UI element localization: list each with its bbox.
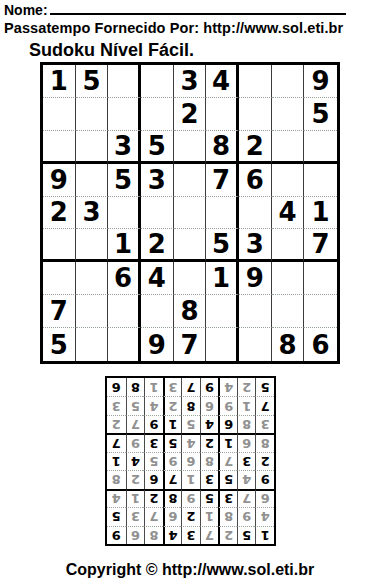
solution-cell-r7c8: 7 <box>126 415 145 433</box>
puzzle-cell-r3c3[interactable]: 3 <box>108 131 141 164</box>
puzzle-cell-r1c7[interactable] <box>239 65 272 98</box>
solution-cell-r7c6: 1 <box>163 415 182 433</box>
puzzle-cell-r2c1[interactable] <box>43 98 76 131</box>
puzzle-cell-r8c4[interactable] <box>141 295 174 328</box>
puzzle-cell-r4c8[interactable] <box>272 164 305 197</box>
puzzle-cell-r6c4[interactable]: 2 <box>141 229 174 262</box>
puzzle-cell-r5c1[interactable]: 2 <box>43 197 76 230</box>
puzzle-cell-r5c3[interactable] <box>108 197 141 230</box>
solution-cell-r3c3: 3 <box>218 489 237 507</box>
puzzle-cell-r8c3[interactable] <box>108 295 141 328</box>
solution-cell-r5c7: 5 <box>144 452 163 470</box>
provider-line: Passatempo Fornecido Por: http://www.sol… <box>4 20 343 36</box>
puzzle-cell-r5c6[interactable] <box>206 197 239 230</box>
worksheet-page: Nome: Passatempo Fornecido Por: http://w… <box>0 0 380 585</box>
puzzle-cell-r5c2[interactable]: 3 <box>76 197 109 230</box>
puzzle-cell-r2c2[interactable] <box>76 98 109 131</box>
solution-cell-r5c3: 7 <box>218 452 237 470</box>
solution-cell-r8c7: 4 <box>144 396 163 414</box>
puzzle-cell-r9c1[interactable]: 5 <box>43 328 76 361</box>
solution-cell-r1c4: 7 <box>200 526 219 544</box>
puzzle-cell-r3c6[interactable]: 8 <box>206 131 239 164</box>
solution-cell-r9c9: 6 <box>107 378 126 396</box>
copyright-line: Copyright © http://www.sol.eti.br <box>0 561 380 579</box>
solution-cell-r6c6: 5 <box>163 433 182 451</box>
solution-cell-r4c9: 8 <box>107 470 126 488</box>
puzzle-cell-r1c8[interactable] <box>272 65 305 98</box>
puzzle-cell-r1c6[interactable]: 4 <box>206 65 239 98</box>
solution-cell-r6c3: 1 <box>218 433 237 451</box>
puzzle-cell-r8c9[interactable] <box>304 295 337 328</box>
puzzle-cell-r4c6[interactable]: 7 <box>206 164 239 197</box>
solution-cell-r2c1: 4 <box>255 507 274 525</box>
page-title: Sudoku Nível Fácil. <box>29 40 194 61</box>
puzzle-cell-r6c5[interactable] <box>174 229 207 262</box>
puzzle-cell-r5c4[interactable] <box>141 197 174 230</box>
puzzle-cell-r1c3[interactable] <box>108 65 141 98</box>
puzzle-cell-r2c4[interactable] <box>141 98 174 131</box>
solution-cell-r4c4: 3 <box>200 470 219 488</box>
puzzle-cell-r7c3[interactable]: 6 <box>108 262 141 295</box>
puzzle-cell-r6c1[interactable] <box>43 229 76 262</box>
puzzle-cell-r6c3[interactable]: 1 <box>108 229 141 262</box>
solution-cell-r6c5: 4 <box>181 433 200 451</box>
solution-cell-r9c7: 1 <box>144 378 163 396</box>
puzzle-cell-r9c8[interactable]: 8 <box>272 328 305 361</box>
solution-cell-r5c1: 2 <box>255 452 274 470</box>
solution-cell-r1c3: 2 <box>218 526 237 544</box>
puzzle-cell-r4c5[interactable] <box>174 164 207 197</box>
solution-cell-r1c9: 9 <box>107 526 126 544</box>
solution-cell-r3c9: 4 <box>107 489 126 507</box>
solution-cell-r2c5: 2 <box>181 507 200 525</box>
solution-cell-r7c9: 2 <box>107 415 126 433</box>
puzzle-cell-r8c5[interactable]: 8 <box>174 295 207 328</box>
solution-cell-r5c2: 3 <box>237 452 256 470</box>
solution-cell-r6c2: 6 <box>237 433 256 451</box>
puzzle-cell-r9c6[interactable] <box>206 328 239 361</box>
puzzle-cell-r9c9[interactable]: 6 <box>304 328 337 361</box>
puzzle-cell-r9c4[interactable]: 9 <box>141 328 174 361</box>
solution-cell-r4c6: 7 <box>163 470 182 488</box>
solution-cell-r6c8: 9 <box>126 433 145 451</box>
puzzle-cell-r9c7[interactable] <box>239 328 272 361</box>
solution-cell-r9c8: 8 <box>126 378 145 396</box>
name-label: Nome: <box>4 2 48 18</box>
solution-cell-r1c1: 1 <box>255 526 274 544</box>
solution-cell-r2c4: 1 <box>200 507 219 525</box>
solution-cell-r8c2: 1 <box>237 396 256 414</box>
solution-cell-r9c6: 3 <box>163 378 182 396</box>
solution-cell-r5c9: 1 <box>107 452 126 470</box>
solution-cell-r8c8: 5 <box>126 396 145 414</box>
solution-cell-r9c1: 5 <box>255 378 274 396</box>
puzzle-cell-r3c2[interactable] <box>76 131 109 164</box>
solution-cell-r3c7: 2 <box>144 489 163 507</box>
puzzle-cell-r1c1[interactable]: 1 <box>43 65 76 98</box>
puzzle-cell-r4c3[interactable]: 5 <box>108 164 141 197</box>
sudoku-puzzle-grid: 153492535829537623411253764197859786 <box>40 62 340 364</box>
sudoku-solution-grid-rotated: 1527348694981267356735982149453176282378… <box>105 376 276 546</box>
puzzle-cell-r1c4[interactable] <box>141 65 174 98</box>
puzzle-cell-r3c5[interactable] <box>174 131 207 164</box>
solution-cell-r8c1: 7 <box>255 396 274 414</box>
solution-cell-r8c4: 6 <box>200 396 219 414</box>
puzzle-cell-r9c5[interactable]: 7 <box>174 328 207 361</box>
puzzle-cell-r7c8[interactable] <box>272 262 305 295</box>
puzzle-cell-r1c5[interactable]: 3 <box>174 65 207 98</box>
puzzle-cell-r2c3[interactable] <box>108 98 141 131</box>
puzzle-cell-r3c9[interactable] <box>304 131 337 164</box>
puzzle-cell-r6c7[interactable]: 3 <box>239 229 272 262</box>
solution-cell-r8c9: 3 <box>107 396 126 414</box>
solution-cell-r2c6: 6 <box>163 507 182 525</box>
solution-cell-r2c9: 5 <box>107 507 126 525</box>
puzzle-cell-r8c1[interactable]: 7 <box>43 295 76 328</box>
puzzle-cell-r7c9[interactable] <box>304 262 337 295</box>
puzzle-cell-r2c9[interactable]: 5 <box>304 98 337 131</box>
solution-cell-r4c5: 1 <box>181 470 200 488</box>
puzzle-cell-r1c9[interactable]: 9 <box>304 65 337 98</box>
solution-cell-r8c6: 2 <box>163 396 182 414</box>
solution-cell-r7c7: 9 <box>144 415 163 433</box>
puzzle-cell-r7c4[interactable]: 4 <box>141 262 174 295</box>
solution-cell-r4c1: 9 <box>255 470 274 488</box>
solution-cell-r4c2: 4 <box>237 470 256 488</box>
solution-cell-r3c2: 7 <box>237 489 256 507</box>
solution-cell-r2c2: 9 <box>237 507 256 525</box>
puzzle-cell-r7c5[interactable] <box>174 262 207 295</box>
solution-cell-r3c4: 5 <box>200 489 219 507</box>
solution-cell-r4c3: 5 <box>218 470 237 488</box>
puzzle-cell-r8c6[interactable] <box>206 295 239 328</box>
puzzle-cell-r2c8[interactable] <box>272 98 305 131</box>
solution-cell-r3c1: 6 <box>255 489 274 507</box>
solution-cell-r3c6: 8 <box>163 489 182 507</box>
puzzle-cell-r9c3[interactable] <box>108 328 141 361</box>
puzzle-cell-r3c8[interactable] <box>272 131 305 164</box>
solution-cell-r9c2: 2 <box>237 378 256 396</box>
puzzle-cell-r6c9[interactable]: 7 <box>304 229 337 262</box>
puzzle-cell-r3c7[interactable]: 2 <box>239 131 272 164</box>
name-fill-line[interactable] <box>50 1 346 15</box>
solution-cell-r9c5: 7 <box>181 378 200 396</box>
solution-cell-r4c7: 6 <box>144 470 163 488</box>
solution-cell-r5c5: 6 <box>181 452 200 470</box>
solution-cell-r2c3: 8 <box>218 507 237 525</box>
puzzle-cell-r7c6[interactable]: 1 <box>206 262 239 295</box>
solution-cell-r1c8: 6 <box>126 526 145 544</box>
puzzle-cell-r4c7[interactable]: 6 <box>239 164 272 197</box>
puzzle-cell-r8c7[interactable] <box>239 295 272 328</box>
puzzle-cell-r4c1[interactable]: 9 <box>43 164 76 197</box>
puzzle-cell-r4c2[interactable] <box>76 164 109 197</box>
solution-cell-r2c8: 3 <box>126 507 145 525</box>
solution-cell-r1c6: 4 <box>163 526 182 544</box>
puzzle-cell-r4c9[interactable] <box>304 164 337 197</box>
puzzle-cell-r8c8[interactable] <box>272 295 305 328</box>
solution-cell-r6c9: 7 <box>107 433 126 451</box>
solution-cell-r7c5: 5 <box>181 415 200 433</box>
solution-cell-r7c3: 6 <box>218 415 237 433</box>
solution-cell-r5c4: 8 <box>200 452 219 470</box>
puzzle-cell-r1c2[interactable]: 5 <box>76 65 109 98</box>
puzzle-cell-r8c2[interactable] <box>76 295 109 328</box>
solution-cell-r8c3: 9 <box>218 396 237 414</box>
puzzle-cell-r5c9[interactable]: 1 <box>304 197 337 230</box>
puzzle-cell-r5c8[interactable]: 4 <box>272 197 305 230</box>
solution-cell-r1c5: 3 <box>181 526 200 544</box>
solution-cell-r4c8: 2 <box>126 470 145 488</box>
puzzle-cell-r2c6[interactable] <box>206 98 239 131</box>
solution-cell-r7c1: 3 <box>255 415 274 433</box>
puzzle-cell-r9c2[interactable] <box>76 328 109 361</box>
solution-cell-r8c5: 8 <box>181 396 200 414</box>
name-row: Nome: <box>4 1 346 18</box>
puzzle-cell-r2c7[interactable] <box>239 98 272 131</box>
solution-cell-r7c4: 4 <box>200 415 219 433</box>
solution-cell-r5c6: 9 <box>163 452 182 470</box>
puzzle-cell-r7c1[interactable] <box>43 262 76 295</box>
solution-cell-r6c7: 3 <box>144 433 163 451</box>
solution-cell-r6c1: 8 <box>255 433 274 451</box>
puzzle-cell-r6c2[interactable] <box>76 229 109 262</box>
puzzle-cell-r6c6[interactable]: 5 <box>206 229 239 262</box>
solution-cell-r9c4: 9 <box>200 378 219 396</box>
puzzle-cell-r2c5[interactable]: 2 <box>174 98 207 131</box>
puzzle-cell-r4c4[interactable]: 3 <box>141 164 174 197</box>
puzzle-cell-r5c5[interactable] <box>174 197 207 230</box>
puzzle-cell-r7c2[interactable] <box>76 262 109 295</box>
solution-cell-r2c7: 7 <box>144 507 163 525</box>
solution-cell-r7c2: 8 <box>237 415 256 433</box>
puzzle-cell-r6c8[interactable] <box>272 229 305 262</box>
puzzle-cell-r7c7[interactable]: 9 <box>239 262 272 295</box>
solution-cell-r6c4: 2 <box>200 433 219 451</box>
puzzle-cell-r5c7[interactable] <box>239 197 272 230</box>
puzzle-cell-r3c1[interactable] <box>43 131 76 164</box>
solution-cell-r3c8: 1 <box>126 489 145 507</box>
solution-cell-r9c3: 4 <box>218 378 237 396</box>
solution-cell-r3c5: 9 <box>181 489 200 507</box>
solution-cell-r1c2: 5 <box>237 526 256 544</box>
puzzle-cell-r3c4[interactable]: 5 <box>141 131 174 164</box>
solution-cell-r5c8: 4 <box>126 452 145 470</box>
solution-cell-r1c7: 8 <box>144 526 163 544</box>
